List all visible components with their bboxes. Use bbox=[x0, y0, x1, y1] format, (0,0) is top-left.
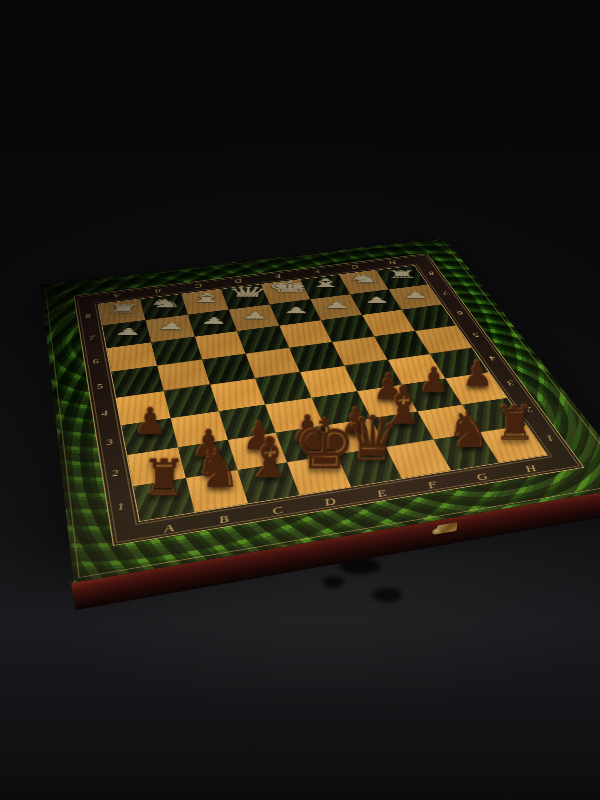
clasp-reflection bbox=[372, 588, 402, 602]
clasp-hook bbox=[432, 527, 444, 535]
clasp-reflection bbox=[322, 576, 344, 588]
brass-clasp-latch-icon bbox=[431, 520, 462, 539]
